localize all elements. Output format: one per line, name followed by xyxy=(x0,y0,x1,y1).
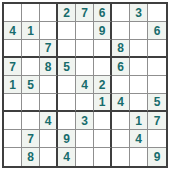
cell-r9c3-empty[interactable] xyxy=(40,148,58,166)
cell-r9c6-empty[interactable] xyxy=(94,148,112,166)
cell-r9c8-empty[interactable] xyxy=(130,148,148,166)
cell-r9c7-empty[interactable] xyxy=(112,148,130,166)
cell-r2c5-empty[interactable] xyxy=(76,22,94,40)
cell-r7c6-empty[interactable] xyxy=(94,112,112,130)
cell-r2c1-given[interactable]: 4 xyxy=(4,22,22,40)
cell-r1c5-given[interactable]: 7 xyxy=(76,4,94,22)
cell-r3c7-given[interactable]: 8 xyxy=(112,40,130,58)
cell-r9c1-empty[interactable] xyxy=(4,148,22,166)
cell-r6c4-empty[interactable] xyxy=(58,94,76,112)
cell-r8c8-given[interactable]: 4 xyxy=(130,130,148,148)
cell-r3c9-empty[interactable] xyxy=(148,40,166,58)
cell-r8c9-empty[interactable] xyxy=(148,130,166,148)
cell-r7c9-given[interactable]: 7 xyxy=(148,112,166,130)
cell-r2c7-empty[interactable] xyxy=(112,22,130,40)
cell-r4c8-empty[interactable] xyxy=(130,58,148,76)
cell-r2c3-empty[interactable] xyxy=(40,22,58,40)
cell-r6c1-empty[interactable] xyxy=(4,94,22,112)
sudoku-page: 2763419678785615421454317794849 xyxy=(0,0,170,170)
cell-r5c4-empty[interactable] xyxy=(58,76,76,94)
cell-r4c5-empty[interactable] xyxy=(76,58,94,76)
cell-r5c9-empty[interactable] xyxy=(148,76,166,94)
cell-r2c4-empty[interactable] xyxy=(58,22,76,40)
cell-r5c5-given[interactable]: 4 xyxy=(76,76,94,94)
cell-r3c2-empty[interactable] xyxy=(22,40,40,58)
cell-r1c7-empty[interactable] xyxy=(112,4,130,22)
cell-r8c6-empty[interactable] xyxy=(94,130,112,148)
cell-r8c1-empty[interactable] xyxy=(4,130,22,148)
cell-r5c3-empty[interactable] xyxy=(40,76,58,94)
cell-r9c4-given[interactable]: 4 xyxy=(58,148,76,166)
cell-r5c6-given[interactable]: 2 xyxy=(94,76,112,94)
cell-r1c1-empty[interactable] xyxy=(4,4,22,22)
cell-r1c3-empty[interactable] xyxy=(40,4,58,22)
cell-r6c7-given[interactable]: 4 xyxy=(112,94,130,112)
cell-r1c9-empty[interactable] xyxy=(148,4,166,22)
cell-r8c3-empty[interactable] xyxy=(40,130,58,148)
cell-r9c5-empty[interactable] xyxy=(76,148,94,166)
cell-r4c9-empty[interactable] xyxy=(148,58,166,76)
cell-r6c5-empty[interactable] xyxy=(76,94,94,112)
cell-r8c2-given[interactable]: 7 xyxy=(22,130,40,148)
cell-r5c7-empty[interactable] xyxy=(112,76,130,94)
cell-r4c2-empty[interactable] xyxy=(22,58,40,76)
cell-r8c4-given[interactable]: 9 xyxy=(58,130,76,148)
cell-r2c9-given[interactable]: 6 xyxy=(148,22,166,40)
cell-r3c1-empty[interactable] xyxy=(4,40,22,58)
cell-r4c3-given[interactable]: 8 xyxy=(40,58,58,76)
cell-r4c4-given[interactable]: 5 xyxy=(58,58,76,76)
cell-r3c6-empty[interactable] xyxy=(94,40,112,58)
cell-r3c3-given[interactable]: 7 xyxy=(40,40,58,58)
cell-r7c5-given[interactable]: 3 xyxy=(76,112,94,130)
cell-r1c2-empty[interactable] xyxy=(22,4,40,22)
sudoku-board: 2763419678785615421454317794849 xyxy=(2,2,168,168)
cell-r3c5-empty[interactable] xyxy=(76,40,94,58)
cell-r4c6-empty[interactable] xyxy=(94,58,112,76)
cell-r5c2-given[interactable]: 5 xyxy=(22,76,40,94)
cell-r4c7-given[interactable]: 6 xyxy=(112,58,130,76)
cell-r7c7-empty[interactable] xyxy=(112,112,130,130)
cell-r5c1-given[interactable]: 1 xyxy=(4,76,22,94)
cell-r7c2-empty[interactable] xyxy=(22,112,40,130)
cell-r6c6-given[interactable]: 1 xyxy=(94,94,112,112)
cell-r2c6-given[interactable]: 9 xyxy=(94,22,112,40)
cell-r1c8-given[interactable]: 3 xyxy=(130,4,148,22)
cell-r3c4-empty[interactable] xyxy=(58,40,76,58)
cell-r2c8-empty[interactable] xyxy=(130,22,148,40)
cell-r4c1-given[interactable]: 7 xyxy=(4,58,22,76)
cell-r6c3-empty[interactable] xyxy=(40,94,58,112)
cell-r7c4-empty[interactable] xyxy=(58,112,76,130)
cell-r1c6-given[interactable]: 6 xyxy=(94,4,112,22)
cell-r8c5-empty[interactable] xyxy=(76,130,94,148)
cell-r3c8-empty[interactable] xyxy=(130,40,148,58)
cell-r6c9-given[interactable]: 5 xyxy=(148,94,166,112)
cell-r6c8-empty[interactable] xyxy=(130,94,148,112)
cell-r6c2-empty[interactable] xyxy=(22,94,40,112)
cell-r7c8-given[interactable]: 1 xyxy=(130,112,148,130)
cell-r2c2-given[interactable]: 1 xyxy=(22,22,40,40)
cell-r7c1-empty[interactable] xyxy=(4,112,22,130)
cell-r5c8-empty[interactable] xyxy=(130,76,148,94)
cell-r8c7-empty[interactable] xyxy=(112,130,130,148)
cell-r9c2-given[interactable]: 8 xyxy=(22,148,40,166)
cell-r1c4-given[interactable]: 2 xyxy=(58,4,76,22)
cell-r7c3-given[interactable]: 4 xyxy=(40,112,58,130)
cell-r9c9-given[interactable]: 9 xyxy=(148,148,166,166)
